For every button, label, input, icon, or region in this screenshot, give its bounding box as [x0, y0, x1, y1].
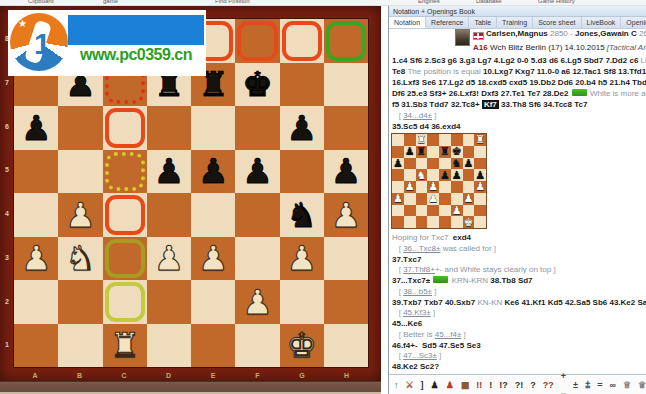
square-b5[interactable]: [58, 150, 102, 194]
ribbon-tab-game-history[interactable]: Game History: [538, 0, 575, 4]
watermark-box: 1 ★ www.pc0359.cn: [8, 10, 206, 76]
square-h3[interactable]: [474, 193, 486, 205]
square-g4[interactable]: [463, 181, 475, 193]
file-label-H: H: [341, 372, 353, 379]
white-rook-h8[interactable]: ♜: [475, 134, 485, 145]
tab-score-sheet[interactable]: Score sheet: [533, 17, 581, 28]
square-h3[interactable]: [324, 237, 368, 281]
analysis-line: 37.Txc7: [392, 255, 646, 266]
white-pawn-g3[interactable]: ♟: [463, 193, 473, 204]
move-text[interactable]: 37...Txc7±: [392, 276, 432, 285]
white-king-g1[interactable]: ♚: [286, 328, 316, 362]
bracket: [: [392, 287, 403, 296]
square-d3[interactable]: ♟: [427, 193, 439, 205]
white-rook-c8[interactable]: ♜: [416, 134, 426, 145]
file-label-D: D: [163, 372, 175, 379]
square-a6[interactable]: ♟: [392, 158, 404, 170]
square-e6[interactable]: [439, 158, 451, 170]
black-elo: 2623: [637, 29, 646, 38]
square-a1[interactable]: [14, 324, 58, 368]
move-text[interactable]: Ke6 41.Kf1 Kd5 42.Sa5 Sb6 43.Ke2 Sa4 44.…: [505, 298, 646, 307]
file-label-E: E: [207, 372, 219, 379]
anno-button[interactable]: !?: [499, 376, 508, 394]
highlight-frame-f8: [237, 21, 277, 61]
square-c1[interactable]: [416, 216, 428, 228]
comment-text: Hoping for Txc7: [392, 233, 453, 242]
anno-button[interactable]: !!: [476, 376, 482, 394]
square-g4[interactable]: ♞: [280, 193, 324, 237]
square-h7[interactable]: [474, 146, 486, 158]
variation-link[interactable]: 36...Txc8±: [403, 244, 440, 253]
variation-link[interactable]: 45...f4±: [435, 330, 462, 339]
square-d7[interactable]: [427, 146, 439, 158]
black-pawn-g6[interactable]: ♟: [463, 158, 473, 169]
black-pawn-b7[interactable]: ♟: [405, 146, 415, 157]
highlight-frame-c2: [105, 282, 145, 322]
bracket: [: [392, 244, 403, 253]
watermark-banner: [68, 15, 204, 45]
rank-label-1: 1: [3, 341, 11, 348]
rank-label-7: 7: [3, 79, 11, 86]
anno-button[interactable]: ??: [543, 376, 554, 394]
move-text[interactable]: 38.Tb8 Sd7: [490, 276, 532, 285]
bracket: ]: [432, 111, 436, 120]
bracket: ]: [461, 330, 465, 339]
eco-code: A16: [473, 43, 488, 52]
square-a5[interactable]: [392, 169, 404, 181]
square-e2[interactable]: [191, 280, 235, 324]
game-header-line2: A16 Wch Blitz Berlin (17) 14.10.2015 [Ta…: [473, 43, 646, 52]
bracket: [: [392, 330, 403, 339]
square-c6[interactable]: [103, 106, 147, 150]
square-a1[interactable]: [392, 216, 404, 228]
square-g1[interactable]: ♚: [463, 216, 475, 228]
square-a5[interactable]: [14, 150, 58, 194]
bracket: ]: [437, 351, 441, 360]
square-d4[interactable]: ♟: [427, 181, 439, 193]
anno-button[interactable]: !: [489, 376, 492, 394]
square-f2[interactable]: ♟: [451, 205, 463, 217]
square-c4[interactable]: [103, 193, 147, 237]
square-c5[interactable]: [103, 150, 147, 194]
highlight-frame-h8: [326, 21, 366, 61]
square-f3[interactable]: [451, 193, 463, 205]
tab-livebook[interactable]: LiveBook: [582, 17, 622, 28]
square-a7[interactable]: [392, 146, 404, 158]
black-pawn-f5[interactable]: ♟: [452, 170, 462, 181]
eval-bar-icon: [433, 276, 448, 283]
file-label-G: G: [296, 372, 308, 379]
move-text[interactable]: 33.Th8 Sf6 34.Tcc8 Tc7: [499, 100, 588, 109]
square-h1[interactable]: [324, 324, 368, 368]
square-b7[interactable]: ♟: [404, 146, 416, 158]
square-e7[interactable]: ♜: [439, 146, 451, 158]
square-a4[interactable]: [14, 193, 58, 237]
move-text[interactable]: 10.Lxg7 Kxg7 11.0-0 a6 12.Tac1 Sf8 13.Tf…: [483, 67, 646, 76]
tab-notation[interactable]: Notation: [389, 17, 426, 28]
bracket: [: [392, 308, 403, 317]
tab-openings-book[interactable]: Openings Book: [621, 17, 646, 28]
ribbon-tab-game[interactable]: game: [103, 0, 118, 4]
square-e4[interactable]: [439, 181, 451, 193]
square-e4[interactable]: [191, 193, 235, 237]
comment-text: +- and White stays clearly on top: [435, 265, 554, 274]
ribbon-tab-clipboard[interactable]: Clipboard: [28, 0, 54, 4]
notation-line: Df6 25.e3 Sf3+ 26.Lxf3! Dxf3 27.Te1 Te7 …: [392, 88, 646, 99]
analysis-line: [ 47...Sc3± ]: [392, 351, 646, 362]
analysis-line: Hoping for Txc7 exd4: [392, 233, 646, 244]
square-a6[interactable]: ♟: [14, 106, 58, 150]
variation-link[interactable]: 45.Kf3±: [403, 308, 431, 317]
square-g7[interactable]: [463, 146, 475, 158]
bracket: ]: [553, 265, 555, 274]
square-h1[interactable]: [474, 216, 486, 228]
black-pawn-a6[interactable]: ♟: [21, 111, 51, 145]
square-a3[interactable]: ♟: [392, 193, 404, 205]
anno-button[interactable]: ♕: [623, 376, 631, 394]
game-header-line1: Carlsen,Magnus 2850 - Jones,Gawain C 262…: [486, 29, 646, 38]
watermark-url: www.pc0359.cn: [66, 46, 206, 64]
square-f6[interactable]: [235, 106, 279, 150]
comment-text: LiveBook: [641, 56, 646, 65]
white-elo: 2850: [548, 29, 568, 38]
player-photo: [455, 29, 470, 46]
bracket: [: [392, 111, 403, 120]
variation-link[interactable]: 34...d4±: [403, 111, 432, 120]
square-c5[interactable]: ♞: [416, 169, 428, 181]
square-g7[interactable]: [280, 63, 324, 107]
rank-label-2: 2: [3, 298, 11, 305]
anno-button[interactable]: ♟: [446, 376, 454, 394]
comment-text: KRN-KRN: [449, 276, 490, 285]
square-f4[interactable]: [235, 193, 279, 237]
white-pawn-a3[interactable]: ♟: [393, 193, 403, 204]
square-h8[interactable]: ♜: [474, 134, 486, 146]
square-d6[interactable]: [427, 158, 439, 170]
square-f5[interactable]: ♟: [235, 150, 279, 194]
square-f7[interactable]: ♚: [451, 146, 463, 158]
square-e5[interactable]: ♟: [191, 150, 235, 194]
board-panel: 87654321 ABCDEFGH ♜♟♜♜♚♟♟♟♟♟♟♟♞♟♟♞♟♟♟♟♜♚…: [0, 6, 381, 394]
comment-text: KN-KN: [477, 298, 504, 307]
square-b2[interactable]: [404, 205, 416, 217]
square-g8[interactable]: [280, 19, 324, 63]
white-pawn-b4[interactable]: ♟: [405, 181, 415, 192]
square-d3[interactable]: ♟: [147, 237, 191, 281]
variation-link[interactable]: 38...b5±: [403, 287, 432, 296]
square-h2[interactable]: [324, 280, 368, 324]
black-pawn-e5[interactable]: ♟: [198, 154, 228, 188]
square-c3[interactable]: [103, 237, 147, 281]
comment-text: The position is equal: [407, 67, 483, 76]
variation-link[interactable]: 47...Sc3±: [403, 351, 437, 360]
square-f1[interactable]: [235, 324, 279, 368]
square-a2[interactable]: [14, 280, 58, 324]
square-f2[interactable]: ♟: [235, 280, 279, 324]
highlight-frame-c6: [105, 108, 145, 148]
anno-button[interactable]: ♟: [431, 376, 439, 394]
anno-button[interactable]: ↑: [394, 376, 399, 394]
notation-line: f5 31.Sb3 Tdd7 32.Tc8+ Kf7 33.Th8 Sf6 34…: [392, 99, 646, 110]
move-text[interactable]: f5 31.Sb3 Tdd7 32.Tc8+: [392, 100, 482, 109]
eval-bar-icon: [572, 89, 587, 96]
square-d8[interactable]: [427, 134, 439, 146]
square-c4[interactable]: [416, 181, 428, 193]
notation-diagram-board: ♜♜♟♜♜♚♟♞♟♞♟♟♟♟♟♟♟♟♟♟♚: [391, 133, 487, 229]
square-d4[interactable]: [147, 193, 191, 237]
move-text[interactable]: 37.Txc7: [392, 255, 421, 264]
move-text[interactable]: exd4: [453, 233, 471, 242]
square-d6[interactable]: [147, 106, 191, 150]
highlight-frame-g8: [282, 21, 322, 61]
bracket: [: [392, 351, 403, 360]
variation-link[interactable]: 37.Thf8+: [403, 265, 435, 274]
square-a4[interactable]: [392, 181, 404, 193]
star-icon: ★: [18, 18, 27, 29]
chessbase-window: ClipboardgameFind PositionEnginesDatabas…: [0, 0, 646, 394]
white-pawn-b4[interactable]: ♟: [65, 198, 95, 232]
square-b1[interactable]: [404, 216, 416, 228]
square-g6[interactable]: ♟: [463, 158, 475, 170]
square-d5[interactable]: ♟: [147, 150, 191, 194]
square-a2[interactable]: [392, 205, 404, 217]
current-move[interactable]: Kf7: [482, 100, 499, 109]
move-text[interactable]: 16.Lxf3 Se6 17.Lg2 d5 18.cxd5 cxd5 19.Db…: [392, 78, 646, 87]
square-h6[interactable]: [474, 158, 486, 170]
square-f8[interactable]: [235, 19, 279, 63]
square-a3[interactable]: ♟: [14, 237, 58, 281]
square-c8[interactable]: ♜: [416, 134, 428, 146]
square-g5[interactable]: [280, 150, 324, 194]
highlight-frame-c4: [105, 195, 145, 235]
black-pawn-h5[interactable]: ♟: [331, 154, 361, 188]
notation-line: [ 34...d4± ]: [392, 110, 646, 121]
square-c7[interactable]: ♜: [416, 146, 428, 158]
analysis-line: [ 38...b5± ]: [392, 287, 646, 298]
square-d2[interactable]: [147, 280, 191, 324]
panel-title: Notation + Openings Book: [389, 6, 646, 17]
black-pawn-d5[interactable]: ♟: [154, 154, 184, 188]
square-h7[interactable]: [324, 63, 368, 107]
rank-label-6: 6: [3, 123, 11, 130]
white-knight-c5[interactable]: ♞: [416, 170, 426, 181]
analysis-line: 48.Ke2 Sc2?: [392, 362, 646, 373]
square-c6[interactable]: [416, 158, 428, 170]
white-pawn-g3[interactable]: ♟: [286, 241, 316, 275]
square-f8[interactable]: [451, 134, 463, 146]
square-d1[interactable]: [147, 324, 191, 368]
move-text[interactable]: 48.Ke2 Sc2?: [392, 362, 439, 371]
notation-line: Te8 The position is equal 10.Lxg7 Kxg7 1…: [392, 66, 646, 77]
square-c1[interactable]: ♜: [103, 324, 147, 368]
comment-text: was called for: [440, 244, 493, 253]
square-b4[interactable]: ♟: [404, 181, 416, 193]
white-rook-c1[interactable]: ♜: [109, 328, 139, 362]
tab-table[interactable]: Table: [469, 17, 497, 28]
square-f6[interactable]: ♞: [451, 158, 463, 170]
square-b6[interactable]: [404, 158, 416, 170]
black-player[interactable]: Jones,Gawain C: [575, 29, 637, 38]
square-a8[interactable]: [392, 134, 404, 146]
anno-button[interactable]: +−: [561, 367, 566, 394]
highlight-frame-c3: [105, 239, 145, 279]
square-f5[interactable]: ♟: [451, 169, 463, 181]
tab-reference[interactable]: Reference: [426, 17, 469, 28]
black-king-f7[interactable]: ♚: [242, 67, 272, 101]
white-pawn-d4[interactable]: ♟: [428, 181, 438, 192]
move-text[interactable]: 39.Txb7 Txb7 40.Sxb7: [392, 298, 477, 307]
anno-button[interactable]: ⩲: [585, 376, 590, 394]
square-b2[interactable]: [58, 280, 102, 324]
square-e1[interactable]: [439, 216, 451, 228]
black-knight-f6[interactable]: ♞: [452, 158, 462, 169]
anno-button[interactable]: =: [597, 376, 602, 394]
anno-button[interactable]: ♛: [638, 376, 646, 394]
white-pawn-d3[interactable]: ♟: [428, 193, 438, 204]
square-g6[interactable]: ♟: [280, 106, 324, 150]
square-f1[interactable]: [451, 216, 463, 228]
square-b3[interactable]: [404, 193, 416, 205]
white-player[interactable]: Carlsen,Magnus: [486, 29, 548, 38]
ribbon-tab-find-position[interactable]: Find Position: [215, 0, 250, 4]
black-pawn-h5[interactable]: ♟: [475, 170, 485, 181]
rank-label-5: 5: [3, 166, 11, 173]
square-h2[interactable]: [474, 205, 486, 217]
white-pawn-f2[interactable]: ♟: [452, 205, 462, 216]
analysis-line: [ 37.Thf8++- and White stays clearly on …: [392, 265, 646, 276]
file-label-B: B: [74, 372, 86, 379]
square-h4[interactable]: ♟: [474, 181, 486, 193]
move-text[interactable]: 1.c4 Sf6 2.Sc3 g6 3.g3 Lg7 4.Lg2 0-0 5.d…: [392, 56, 641, 65]
square-e6[interactable]: [191, 106, 235, 150]
square-b3[interactable]: ♞: [58, 237, 102, 281]
square-g3[interactable]: ♟: [280, 237, 324, 281]
highlight-frame-c5: [105, 152, 145, 192]
black-king-f7[interactable]: ♚: [452, 146, 462, 157]
rank-label-4: 4: [3, 210, 11, 217]
notation-line: 35.Sc5 d4 36.exd4: [392, 121, 646, 132]
square-c3[interactable]: [416, 193, 428, 205]
rank-label-3: 3: [3, 254, 11, 261]
square-g5[interactable]: [463, 169, 475, 181]
square-c2[interactable]: [103, 280, 147, 324]
annotation-toolbar: ↑⚔]♟♟▦!!!!??!???+−±⩲=∞♕♛: [389, 376, 646, 394]
square-b6[interactable]: [58, 106, 102, 150]
square-d2[interactable]: [427, 205, 439, 217]
flag-icon: [473, 32, 484, 40]
white-knight-b3[interactable]: ♞: [65, 241, 95, 275]
square-f4[interactable]: [451, 181, 463, 193]
analysis-line: 45...Ke6: [392, 319, 646, 330]
black-knight-g4[interactable]: ♞: [286, 198, 316, 232]
file-label-C: C: [118, 372, 130, 379]
notation-line: 16.Lxf3 Se6 17.Lg2 d5 18.cxd5 cxd5 19.Db…: [392, 77, 646, 88]
square-c2[interactable]: [416, 205, 428, 217]
move-text[interactable]: 45...Ke6: [392, 319, 422, 328]
bracket: ]: [431, 308, 435, 317]
square-b1[interactable]: [58, 324, 102, 368]
square-g8[interactable]: [463, 134, 475, 146]
analysis-block: Hoping for Txc7 exd4 [ 36...Txc8± was ca…: [392, 233, 646, 373]
black-pawn-a6[interactable]: ♟: [393, 158, 403, 169]
comment-text: White is more active: [588, 89, 646, 98]
square-h8[interactable]: [324, 19, 368, 63]
notation-panel: Notation + Openings Book NotationReferen…: [388, 6, 646, 394]
square-g1[interactable]: ♚: [280, 324, 324, 368]
analysis-line: [ Better is 45...f4± ]: [392, 330, 646, 341]
anno-button[interactable]: ?: [530, 376, 536, 394]
square-d1[interactable]: [427, 216, 439, 228]
anno-button[interactable]: ±: [573, 376, 578, 394]
bracket: ]: [494, 244, 496, 253]
square-b8[interactable]: [404, 134, 416, 146]
move-text[interactable]: Te8: [392, 67, 407, 76]
move-text[interactable]: Df6 25.e3 Sf3+ 26.Lxf3! Dxf3 27.Te1 Te7 …: [392, 89, 571, 98]
anno-button[interactable]: ∞: [610, 376, 616, 394]
square-e3[interactable]: ♟: [191, 237, 235, 281]
square-f3[interactable]: [235, 237, 279, 281]
ribbon-tab-engines[interactable]: Engines: [418, 0, 440, 4]
bracket: ]: [432, 287, 436, 296]
anno-button[interactable]: ]: [421, 376, 424, 394]
square-b4[interactable]: ♟: [58, 193, 102, 237]
square-e8[interactable]: [439, 134, 451, 146]
anno-button[interactable]: ⚔: [406, 376, 414, 394]
black-rook-e7[interactable]: ♜: [440, 146, 450, 157]
square-f7[interactable]: ♚: [235, 63, 279, 107]
black-pawn-g6[interactable]: ♟: [286, 111, 316, 145]
black-pawn-e5[interactable]: ♟: [440, 170, 450, 181]
square-g2[interactable]: [280, 280, 324, 324]
white-pawn-a3[interactable]: ♟: [21, 241, 51, 275]
toolbar-divider: [389, 374, 646, 375]
move-text[interactable]: 46.f4+- Sd5 47.Se5 Se3: [392, 341, 481, 350]
analysis-line: 39.Txb7 Txb7 40.Sxb7 KN-KN Ke6 41.Kf1 Kd…: [392, 298, 646, 309]
white-pawn-f2[interactable]: ♟: [242, 285, 272, 319]
white-pawn-h4[interactable]: ♟: [331, 198, 361, 232]
notation-tabs: NotationReferenceTableTrainingScore shee…: [389, 17, 646, 29]
square-e2[interactable]: [439, 205, 451, 217]
anno-button[interactable]: ▦: [461, 376, 470, 394]
black-rook-c7[interactable]: ♜: [416, 146, 426, 157]
tab-training[interactable]: Training: [497, 17, 533, 28]
file-label-A: A: [29, 372, 41, 379]
white-pawn-h4[interactable]: ♟: [475, 181, 485, 192]
square-h6[interactable]: [324, 106, 368, 150]
black-pawn-f5[interactable]: ♟: [242, 154, 272, 188]
comment-text: Better is: [403, 330, 435, 339]
anno-button[interactable]: ?!: [515, 376, 524, 394]
white-pawn-e3[interactable]: ♟: [198, 241, 228, 275]
square-g3[interactable]: ♟: [463, 193, 475, 205]
square-h5[interactable]: ♟: [324, 150, 368, 194]
square-h4[interactable]: ♟: [324, 193, 368, 237]
white-king-g1[interactable]: ♚: [463, 217, 473, 228]
notation-line: 1.c4 Sf6 2.Sc3 g6 3.g3 Lg7 4.Lg2 0-0 5.d…: [392, 55, 646, 66]
white-pawn-d3[interactable]: ♟: [154, 241, 184, 275]
annotation-label: [Tactical Analysis: [607, 43, 646, 52]
analysis-line: [ 36...Txc8± was called for ]: [392, 244, 646, 255]
analysis-line: 46.f4+- Sd5 47.Se5 Se3: [392, 341, 646, 352]
event-info: Wch Blitz Berlin (17) 14.10.2015: [488, 43, 607, 52]
square-e3[interactable]: [439, 193, 451, 205]
move-text[interactable]: 35.Sc5 d4 36.exd4: [392, 122, 461, 131]
square-g2[interactable]: [463, 205, 475, 217]
square-e5[interactable]: ♟: [439, 169, 451, 181]
analysis-line: 37...Txc7± KRN-KRN 38.Tb8 Sd7: [392, 276, 646, 287]
ribbon-tab-database[interactable]: Database: [476, 0, 502, 4]
square-e1[interactable]: [191, 324, 235, 368]
